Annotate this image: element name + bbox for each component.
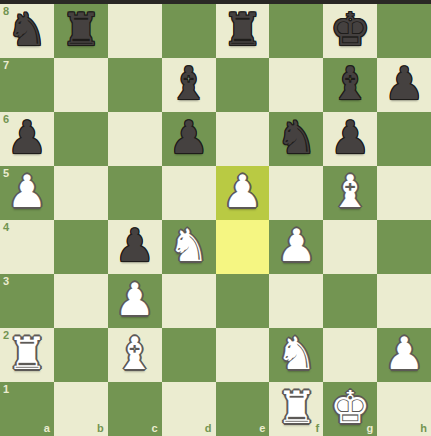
square-c6[interactable] [108, 112, 162, 166]
white-rook[interactable]: ♜ [276, 385, 316, 430]
rank-label-7: 7 [3, 60, 9, 71]
square-c8[interactable] [108, 4, 162, 58]
black-bishop[interactable]: ♝ [168, 61, 208, 106]
square-a1[interactable]: 1a [0, 382, 54, 436]
square-h6[interactable] [377, 112, 431, 166]
square-e7[interactable] [216, 58, 270, 112]
black-rook[interactable]: ♜ [222, 7, 262, 52]
file-label-a: a [44, 423, 50, 434]
square-h5[interactable] [377, 166, 431, 220]
square-e4[interactable] [216, 220, 270, 274]
square-d6[interactable]: ♟ [162, 112, 216, 166]
rank-label-1: 1 [3, 384, 9, 395]
white-knight[interactable]: ♞ [276, 331, 316, 376]
square-g3[interactable] [323, 274, 377, 328]
square-f2[interactable]: ♞ [269, 328, 323, 382]
square-h3[interactable] [377, 274, 431, 328]
square-e5[interactable]: ♟ [216, 166, 270, 220]
square-g7[interactable]: ♝ [323, 58, 377, 112]
square-h8[interactable] [377, 4, 431, 58]
square-f7[interactable] [269, 58, 323, 112]
white-pawn[interactable]: ♟ [276, 223, 316, 268]
white-rook[interactable]: ♜ [7, 331, 47, 376]
file-label-h: h [420, 423, 427, 434]
square-b7[interactable] [54, 58, 108, 112]
square-a8[interactable]: 8♞ [0, 4, 54, 58]
square-e8[interactable]: ♜ [216, 4, 270, 58]
black-knight[interactable]: ♞ [276, 115, 316, 160]
square-f3[interactable] [269, 274, 323, 328]
square-d8[interactable] [162, 4, 216, 58]
square-f1[interactable]: f♜ [269, 382, 323, 436]
white-bishop[interactable]: ♝ [115, 331, 155, 376]
square-c5[interactable] [108, 166, 162, 220]
white-pawn[interactable]: ♟ [115, 277, 155, 322]
square-b8[interactable]: ♜ [54, 4, 108, 58]
square-e3[interactable] [216, 274, 270, 328]
square-g5[interactable]: ♝ [323, 166, 377, 220]
chess-board: 8♞♜♜♚7♝♝♟6♟♟♞♟5♟♟♝4♟♞♟3♟2♜♝♞♟1abcdef♜g♚h [0, 4, 431, 436]
square-c4[interactable]: ♟ [108, 220, 162, 274]
white-pawn[interactable]: ♟ [384, 331, 424, 376]
square-h2[interactable]: ♟ [377, 328, 431, 382]
square-a6[interactable]: 6♟ [0, 112, 54, 166]
square-b3[interactable] [54, 274, 108, 328]
square-g6[interactable]: ♟ [323, 112, 377, 166]
rank-label-3: 3 [3, 276, 9, 287]
square-e6[interactable] [216, 112, 270, 166]
square-e1[interactable]: e [216, 382, 270, 436]
square-f6[interactable]: ♞ [269, 112, 323, 166]
square-a3[interactable]: 3 [0, 274, 54, 328]
square-d7[interactable]: ♝ [162, 58, 216, 112]
square-c7[interactable] [108, 58, 162, 112]
square-h1[interactable]: h [377, 382, 431, 436]
file-label-c: c [152, 423, 158, 434]
black-pawn[interactable]: ♟ [384, 61, 424, 106]
black-rook[interactable]: ♜ [61, 7, 101, 52]
square-b4[interactable] [54, 220, 108, 274]
square-d2[interactable] [162, 328, 216, 382]
black-pawn[interactable]: ♟ [7, 115, 47, 160]
black-bishop[interactable]: ♝ [330, 61, 370, 106]
square-g4[interactable] [323, 220, 377, 274]
square-f5[interactable] [269, 166, 323, 220]
square-e2[interactable] [216, 328, 270, 382]
square-d5[interactable] [162, 166, 216, 220]
black-pawn[interactable]: ♟ [330, 115, 370, 160]
square-h4[interactable] [377, 220, 431, 274]
square-a2[interactable]: 2♜ [0, 328, 54, 382]
chess-app-screen: 8♞♜♜♚7♝♝♟6♟♟♞♟5♟♟♝4♟♞♟3♟2♜♝♞♟1abcdef♜g♚h [0, 0, 431, 436]
square-f4[interactable]: ♟ [269, 220, 323, 274]
white-king[interactable]: ♚ [330, 385, 370, 430]
white-pawn[interactable]: ♟ [7, 169, 47, 214]
square-g1[interactable]: g♚ [323, 382, 377, 436]
square-a7[interactable]: 7 [0, 58, 54, 112]
square-a4[interactable]: 4 [0, 220, 54, 274]
square-d4[interactable]: ♞ [162, 220, 216, 274]
square-b1[interactable]: b [54, 382, 108, 436]
rank-label-4: 4 [3, 222, 9, 233]
square-c3[interactable]: ♟ [108, 274, 162, 328]
square-a5[interactable]: 5♟ [0, 166, 54, 220]
square-g8[interactable]: ♚ [323, 4, 377, 58]
square-d3[interactable] [162, 274, 216, 328]
square-b5[interactable] [54, 166, 108, 220]
square-g2[interactable] [323, 328, 377, 382]
square-c1[interactable]: c [108, 382, 162, 436]
black-knight[interactable]: ♞ [7, 7, 47, 52]
file-label-d: d [205, 423, 212, 434]
white-knight[interactable]: ♞ [168, 223, 208, 268]
file-label-e: e [259, 423, 265, 434]
white-bishop[interactable]: ♝ [330, 169, 370, 214]
white-pawn[interactable]: ♟ [222, 169, 262, 214]
square-d1[interactable]: d [162, 382, 216, 436]
file-label-b: b [97, 423, 104, 434]
square-h7[interactable]: ♟ [377, 58, 431, 112]
square-b6[interactable] [54, 112, 108, 166]
black-pawn[interactable]: ♟ [115, 223, 155, 268]
square-b2[interactable] [54, 328, 108, 382]
black-pawn[interactable]: ♟ [168, 115, 208, 160]
black-king[interactable]: ♚ [330, 7, 370, 52]
square-c2[interactable]: ♝ [108, 328, 162, 382]
square-f8[interactable] [269, 4, 323, 58]
